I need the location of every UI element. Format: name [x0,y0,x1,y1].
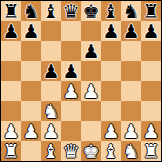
square-f5[interactable] [101,61,121,81]
square-f7[interactable]: ♟ [101,21,121,41]
square-d8[interactable]: ♛ [61,1,81,21]
white-pawn[interactable]: ♟ [22,121,39,141]
square-b3[interactable] [21,101,41,121]
square-g6[interactable] [121,41,141,61]
square-c5[interactable]: ♟ [41,61,61,81]
square-h7[interactable]: ♟ [141,21,161,41]
square-e5[interactable] [81,61,101,81]
square-h3[interactable] [141,101,161,121]
square-c3[interactable]: ♞ [41,101,61,121]
white-knight[interactable]: ♞ [42,101,59,121]
square-a1[interactable]: ♜ [1,141,21,161]
square-a2[interactable]: ♟ [1,121,21,141]
square-h4[interactable] [141,81,161,101]
square-e6[interactable]: ♟ [81,41,101,61]
black-pawn[interactable]: ♟ [142,21,159,41]
white-pawn[interactable]: ♟ [62,81,79,101]
black-bishop[interactable]: ♝ [42,1,59,21]
white-pawn[interactable]: ♟ [122,121,139,141]
white-queen[interactable]: ♛ [62,141,79,161]
square-a8[interactable]: ♜ [1,1,21,21]
white-pawn[interactable]: ♟ [82,81,99,101]
square-a3[interactable] [1,101,21,121]
square-g7[interactable]: ♟ [121,21,141,41]
square-h1[interactable]: ♜ [141,141,161,161]
square-g3[interactable] [121,101,141,121]
chess-board: ♜♞♝♛♚♝♞♜♟♟♟♟♟♟♟♟♟♟♞♟♟♟♟♟♟♜♝♛♚♝♞♜ [0,0,162,162]
black-rook[interactable]: ♜ [2,1,19,21]
black-king[interactable]: ♚ [82,1,99,21]
square-c4[interactable] [41,81,61,101]
black-pawn[interactable]: ♟ [42,61,59,81]
square-b1[interactable] [21,141,41,161]
black-knight[interactable]: ♞ [122,1,139,21]
square-f4[interactable] [101,81,121,101]
white-bishop[interactable]: ♝ [102,141,119,161]
square-f1[interactable]: ♝ [101,141,121,161]
square-g2[interactable]: ♟ [121,121,141,141]
black-queen[interactable]: ♛ [62,1,79,21]
white-rook[interactable]: ♜ [2,141,19,161]
square-e4[interactable]: ♟ [81,81,101,101]
square-e1[interactable]: ♚ [81,141,101,161]
square-d3[interactable] [61,101,81,121]
square-d1[interactable]: ♛ [61,141,81,161]
square-h2[interactable]: ♟ [141,121,161,141]
black-pawn[interactable]: ♟ [82,41,99,61]
square-g1[interactable]: ♞ [121,141,141,161]
square-b5[interactable] [21,61,41,81]
black-pawn[interactable]: ♟ [122,21,139,41]
square-b6[interactable] [21,41,41,61]
square-c6[interactable] [41,41,61,61]
white-rook[interactable]: ♜ [142,141,159,161]
white-knight[interactable]: ♞ [122,141,139,161]
square-b4[interactable] [21,81,41,101]
square-g4[interactable] [121,81,141,101]
black-pawn[interactable]: ♟ [102,21,119,41]
square-d7[interactable] [61,21,81,41]
square-d2[interactable] [61,121,81,141]
square-a6[interactable] [1,41,21,61]
black-pawn[interactable]: ♟ [22,21,39,41]
square-f2[interactable]: ♟ [101,121,121,141]
white-pawn[interactable]: ♟ [102,121,119,141]
white-pawn[interactable]: ♟ [42,121,59,141]
square-c2[interactable]: ♟ [41,121,61,141]
square-e8[interactable]: ♚ [81,1,101,21]
black-knight[interactable]: ♞ [22,1,39,21]
square-c8[interactable]: ♝ [41,1,61,21]
square-h6[interactable] [141,41,161,61]
square-a4[interactable] [1,81,21,101]
square-h5[interactable] [141,61,161,81]
square-e7[interactable] [81,21,101,41]
square-g5[interactable] [121,61,141,81]
white-king[interactable]: ♚ [82,141,99,161]
square-f6[interactable] [101,41,121,61]
black-rook[interactable]: ♜ [142,1,159,21]
square-a7[interactable]: ♟ [1,21,21,41]
white-pawn[interactable]: ♟ [142,121,159,141]
black-bishop[interactable]: ♝ [102,1,119,21]
square-d5[interactable]: ♟ [61,61,81,81]
square-e3[interactable] [81,101,101,121]
square-h8[interactable]: ♜ [141,1,161,21]
square-b2[interactable]: ♟ [21,121,41,141]
white-bishop[interactable]: ♝ [42,141,59,161]
square-d4[interactable]: ♟ [61,81,81,101]
black-pawn[interactable]: ♟ [2,21,19,41]
square-f8[interactable]: ♝ [101,1,121,21]
square-c1[interactable]: ♝ [41,141,61,161]
square-e2[interactable] [81,121,101,141]
square-d6[interactable] [61,41,81,61]
white-pawn[interactable]: ♟ [2,121,19,141]
square-c7[interactable] [41,21,61,41]
square-g8[interactable]: ♞ [121,1,141,21]
square-b8[interactable]: ♞ [21,1,41,21]
square-f3[interactable] [101,101,121,121]
square-a5[interactable] [1,61,21,81]
black-pawn[interactable]: ♟ [62,61,79,81]
square-b7[interactable]: ♟ [21,21,41,41]
